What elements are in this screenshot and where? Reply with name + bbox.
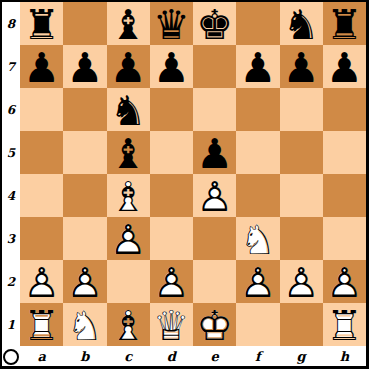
square-e1[interactable]: ♚♔ xyxy=(193,303,236,346)
white-knight-b1: ♞♘ xyxy=(63,303,106,346)
square-a7[interactable]: ♟ xyxy=(20,45,63,88)
square-c4[interactable]: ♝♗ xyxy=(107,174,150,217)
square-h5[interactable] xyxy=(323,131,366,174)
square-c8[interactable]: ♝ xyxy=(107,2,150,45)
square-e4[interactable]: ♟♙ xyxy=(193,174,236,217)
file-label-b: b xyxy=(63,346,106,366)
square-d3[interactable] xyxy=(150,217,193,260)
file-labels: abcdefgh xyxy=(20,346,366,366)
square-e7[interactable] xyxy=(193,45,236,88)
square-h3[interactable] xyxy=(323,217,366,260)
square-f2[interactable]: ♟♙ xyxy=(236,260,279,303)
piece-glyph: ♗ xyxy=(107,174,150,217)
piece-glyph: ♘ xyxy=(63,303,106,346)
square-c7[interactable]: ♟ xyxy=(107,45,150,88)
piece-glyph: ♙ xyxy=(280,260,323,303)
square-a4[interactable] xyxy=(20,174,63,217)
black-rook-a8: ♜ xyxy=(20,2,63,45)
file-label-h: h xyxy=(323,346,366,366)
square-c1[interactable]: ♝♗ xyxy=(107,303,150,346)
piece-glyph: ♘ xyxy=(236,217,279,260)
rank-label-5: 5 xyxy=(2,131,20,174)
piece-glyph: ♟ xyxy=(20,45,63,88)
piece-glyph: ♖ xyxy=(323,303,366,346)
rank-label-2: 2 xyxy=(2,260,20,303)
rank-label-4: 4 xyxy=(2,174,20,217)
piece-glyph: ♗ xyxy=(107,303,150,346)
white-pawn-g2: ♟♙ xyxy=(280,260,323,303)
white-pawn-c3: ♟♙ xyxy=(107,217,150,260)
piece-glyph: ♝ xyxy=(107,131,150,174)
square-g1[interactable] xyxy=(280,303,323,346)
square-b6[interactable] xyxy=(63,88,106,131)
square-d6[interactable] xyxy=(150,88,193,131)
square-g3[interactable] xyxy=(280,217,323,260)
black-knight-g8: ♞ xyxy=(280,2,323,45)
piece-glyph: ♛ xyxy=(150,2,193,45)
square-a3[interactable] xyxy=(20,217,63,260)
piece-glyph: ♕ xyxy=(150,303,193,346)
square-b3[interactable] xyxy=(63,217,106,260)
white-bishop-c1: ♝♗ xyxy=(107,303,150,346)
white-pawn-f2: ♟♙ xyxy=(236,260,279,303)
black-queen-d8: ♛ xyxy=(150,2,193,45)
white-knight-f3: ♞♘ xyxy=(236,217,279,260)
square-g7[interactable]: ♟ xyxy=(280,45,323,88)
square-f1[interactable] xyxy=(236,303,279,346)
file-label-f: f xyxy=(236,346,279,366)
square-c2[interactable] xyxy=(107,260,150,303)
square-h4[interactable] xyxy=(323,174,366,217)
piece-glyph: ♟ xyxy=(323,45,366,88)
rank-label-8: 8 xyxy=(2,2,20,45)
black-bishop-c5: ♝ xyxy=(107,131,150,174)
white-king-e1: ♚♔ xyxy=(193,303,236,346)
rank-labels: 87654321 xyxy=(2,2,20,346)
piece-glyph: ♟ xyxy=(236,45,279,88)
white-bishop-c4: ♝♗ xyxy=(107,174,150,217)
square-c5[interactable]: ♝ xyxy=(107,131,150,174)
rank-label-3: 3 xyxy=(2,217,20,260)
square-g8[interactable]: ♞ xyxy=(280,2,323,45)
rank-label-7: 7 xyxy=(2,45,20,88)
black-pawn-h7: ♟ xyxy=(323,45,366,88)
square-h1[interactable]: ♜♖ xyxy=(323,303,366,346)
side-to-move-indicator xyxy=(3,349,19,365)
square-f6[interactable] xyxy=(236,88,279,131)
file-label-d: d xyxy=(150,346,193,366)
square-b5[interactable] xyxy=(63,131,106,174)
piece-glyph: ♜ xyxy=(323,2,366,45)
white-rook-a1: ♜♖ xyxy=(20,303,63,346)
square-c6[interactable]: ♞ xyxy=(107,88,150,131)
piece-glyph: ♟ xyxy=(150,45,193,88)
piece-glyph: ♜ xyxy=(20,2,63,45)
black-pawn-a7: ♟ xyxy=(20,45,63,88)
square-d2[interactable]: ♟♙ xyxy=(150,260,193,303)
square-h6[interactable] xyxy=(323,88,366,131)
square-f7[interactable]: ♟ xyxy=(236,45,279,88)
square-f3[interactable]: ♞♘ xyxy=(236,217,279,260)
black-pawn-e5: ♟ xyxy=(193,131,236,174)
black-king-e8: ♚ xyxy=(193,2,236,45)
square-d7[interactable]: ♟ xyxy=(150,45,193,88)
piece-glyph: ♙ xyxy=(107,217,150,260)
piece-glyph: ♞ xyxy=(107,88,150,131)
black-pawn-f7: ♟ xyxy=(236,45,279,88)
square-d5[interactable] xyxy=(150,131,193,174)
square-b7[interactable]: ♟ xyxy=(63,45,106,88)
square-f5[interactable] xyxy=(236,131,279,174)
piece-glyph: ♙ xyxy=(193,174,236,217)
square-a2[interactable]: ♟♙ xyxy=(20,260,63,303)
white-pawn-h2: ♟♙ xyxy=(323,260,366,303)
black-knight-c6: ♞ xyxy=(107,88,150,131)
square-g4[interactable] xyxy=(280,174,323,217)
piece-glyph: ♚ xyxy=(193,2,236,45)
square-h8[interactable]: ♜ xyxy=(323,2,366,45)
black-bishop-c8: ♝ xyxy=(107,2,150,45)
piece-glyph: ♞ xyxy=(280,2,323,45)
square-d8[interactable]: ♛ xyxy=(150,2,193,45)
black-rook-h8: ♜ xyxy=(323,2,366,45)
square-e6[interactable] xyxy=(193,88,236,131)
piece-glyph: ♖ xyxy=(20,303,63,346)
white-pawn-d2: ♟♙ xyxy=(150,260,193,303)
square-g6[interactable] xyxy=(280,88,323,131)
white-pawn-a2: ♟♙ xyxy=(20,260,63,303)
square-a5[interactable] xyxy=(20,131,63,174)
piece-glyph: ♙ xyxy=(323,260,366,303)
square-a8[interactable]: ♜ xyxy=(20,2,63,45)
file-label-g: g xyxy=(280,346,323,366)
piece-glyph: ♙ xyxy=(20,260,63,303)
chess-diagram-frame: ♜♝♛♚♞♜♟♟♟♟♟♟♟♞♝♟♝♗♟♙♟♙♞♘♟♙♟♙♟♙♟♙♟♙♟♙♜♖♞♘… xyxy=(0,0,369,369)
piece-glyph: ♟ xyxy=(193,131,236,174)
rank-label-6: 6 xyxy=(2,88,20,131)
file-label-e: e xyxy=(193,346,236,366)
square-e3[interactable] xyxy=(193,217,236,260)
square-d4[interactable] xyxy=(150,174,193,217)
black-pawn-c7: ♟ xyxy=(107,45,150,88)
rank-label-1: 1 xyxy=(2,303,20,346)
square-f4[interactable] xyxy=(236,174,279,217)
chess-board[interactable]: ♜♝♛♚♞♜♟♟♟♟♟♟♟♞♝♟♝♗♟♙♟♙♞♘♟♙♟♙♟♙♟♙♟♙♟♙♜♖♞♘… xyxy=(20,2,366,346)
white-queen-d1: ♛♕ xyxy=(150,303,193,346)
square-a1[interactable]: ♜♖ xyxy=(20,303,63,346)
black-pawn-g7: ♟ xyxy=(280,45,323,88)
square-h7[interactable]: ♟ xyxy=(323,45,366,88)
square-g5[interactable] xyxy=(280,131,323,174)
square-e8[interactable]: ♚ xyxy=(193,2,236,45)
white-pawn-b2: ♟♙ xyxy=(63,260,106,303)
piece-glyph: ♔ xyxy=(193,303,236,346)
square-d1[interactable]: ♛♕ xyxy=(150,303,193,346)
square-g2[interactable]: ♟♙ xyxy=(280,260,323,303)
piece-glyph: ♟ xyxy=(107,45,150,88)
piece-glyph: ♙ xyxy=(236,260,279,303)
file-label-c: c xyxy=(107,346,150,366)
square-f8[interactable] xyxy=(236,2,279,45)
square-b1[interactable]: ♞♘ xyxy=(63,303,106,346)
square-a6[interactable] xyxy=(20,88,63,131)
white-rook-h1: ♜♖ xyxy=(323,303,366,346)
piece-glyph: ♟ xyxy=(63,45,106,88)
square-b4[interactable] xyxy=(63,174,106,217)
square-e2[interactable] xyxy=(193,260,236,303)
black-pawn-b7: ♟ xyxy=(63,45,106,88)
square-h2[interactable]: ♟♙ xyxy=(323,260,366,303)
piece-glyph: ♟ xyxy=(280,45,323,88)
square-c3[interactable]: ♟♙ xyxy=(107,217,150,260)
square-b2[interactable]: ♟♙ xyxy=(63,260,106,303)
piece-glyph: ♙ xyxy=(150,260,193,303)
piece-glyph: ♝ xyxy=(107,2,150,45)
square-e5[interactable]: ♟ xyxy=(193,131,236,174)
black-pawn-d7: ♟ xyxy=(150,45,193,88)
white-pawn-e4: ♟♙ xyxy=(193,174,236,217)
square-b8[interactable] xyxy=(63,2,106,45)
piece-glyph: ♙ xyxy=(63,260,106,303)
file-label-a: a xyxy=(20,346,63,366)
